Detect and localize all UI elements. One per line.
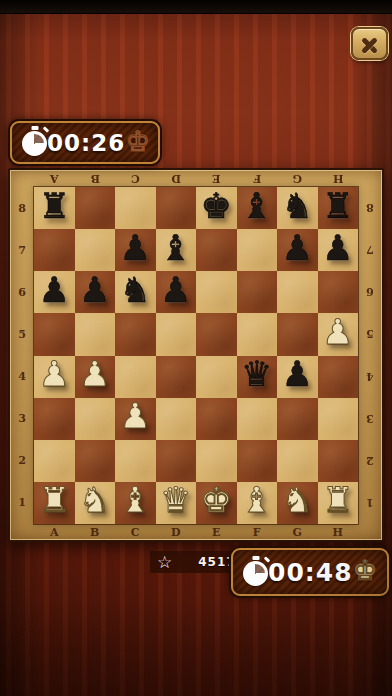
coordinate-label-c: C: [115, 171, 156, 186]
square-b7[interactable]: [75, 229, 116, 271]
coordinate-label-e: E: [196, 525, 237, 539]
piece-white-knight[interactable]: ♞: [79, 483, 110, 518]
white-player-clock: 00:48 ♚: [231, 548, 389, 596]
piece-black-bishop[interactable]: ♝: [241, 189, 272, 224]
square-f1[interactable]: ♝: [237, 482, 278, 524]
square-c4[interactable]: [115, 356, 156, 398]
piece-black-rook[interactable]: ♜: [322, 189, 353, 224]
square-d2[interactable]: [156, 440, 197, 482]
coordinate-label-g: G: [277, 525, 318, 539]
square-c8[interactable]: [115, 187, 156, 229]
square-h8[interactable]: ♜: [318, 187, 359, 229]
square-h3[interactable]: [318, 398, 359, 440]
square-c5[interactable]: [115, 313, 156, 355]
black-king-icon: ♚: [125, 128, 150, 156]
coordinate-label-c: C: [115, 525, 156, 539]
square-f5[interactable]: [237, 313, 278, 355]
square-g4[interactable]: ♟: [277, 356, 318, 398]
square-c7[interactable]: ♟: [115, 229, 156, 271]
file-labels-bottom: ABCDEFGH: [34, 525, 358, 539]
piece-white-king[interactable]: ♚: [201, 483, 232, 518]
coordinate-label-a: A: [34, 525, 75, 539]
coordinate-label-3: 3: [358, 398, 382, 440]
stopwatch-icon: [22, 131, 47, 156]
square-a8[interactable]: ♜: [34, 187, 75, 229]
white-king-icon: ♚: [353, 557, 378, 585]
coordinate-label-2: 2: [358, 440, 382, 482]
coordinate-label-a: A: [34, 171, 75, 186]
coordinate-label-8: 8: [358, 187, 382, 229]
square-e7[interactable]: [196, 229, 237, 271]
coordinate-label-d: D: [156, 171, 197, 186]
coordinate-label-6: 6: [358, 271, 382, 313]
square-g5[interactable]: [277, 313, 318, 355]
square-f4[interactable]: ♛: [237, 356, 278, 398]
white-clock-time: 00:48: [268, 558, 353, 587]
coordinate-label-b: B: [75, 525, 116, 539]
square-f8[interactable]: ♝: [237, 187, 278, 229]
square-g1[interactable]: ♞: [277, 482, 318, 524]
square-a3[interactable]: [34, 398, 75, 440]
square-e2[interactable]: [196, 440, 237, 482]
square-b4[interactable]: ♟: [75, 356, 116, 398]
piece-black-knight[interactable]: ♞: [120, 273, 151, 308]
piece-white-pawn[interactable]: ♟: [79, 357, 110, 392]
rank-labels-right: 87654321: [358, 187, 382, 524]
coordinate-label-h: H: [318, 525, 359, 539]
square-a6[interactable]: ♟: [34, 271, 75, 313]
coordinate-label-f: F: [237, 171, 278, 186]
piece-black-pawn[interactable]: ♟: [120, 231, 151, 266]
square-c3[interactable]: ♟: [115, 398, 156, 440]
square-f6[interactable]: [237, 271, 278, 313]
square-d6[interactable]: ♟: [156, 271, 197, 313]
coordinate-label-e: E: [196, 171, 237, 186]
coordinate-label-d: D: [156, 525, 197, 539]
coordinate-label-f: F: [237, 525, 278, 539]
piece-black-king[interactable]: ♚: [201, 189, 232, 224]
square-c2[interactable]: [115, 440, 156, 482]
piece-black-queen[interactable]: ♛: [241, 357, 272, 392]
coordinate-label-7: 7: [10, 229, 34, 271]
square-h5[interactable]: ♟: [318, 313, 359, 355]
square-h1[interactable]: ♜: [318, 482, 359, 524]
coordinate-label-4: 4: [358, 356, 382, 398]
piece-white-bishop[interactable]: ♝: [120, 483, 151, 518]
square-f7[interactable]: [237, 229, 278, 271]
square-b2[interactable]: [75, 440, 116, 482]
square-f3[interactable]: [237, 398, 278, 440]
file-labels-top: ABCDEFGH: [34, 171, 358, 186]
piece-black-pawn[interactable]: ♟: [160, 273, 191, 308]
square-b1[interactable]: ♞: [75, 482, 116, 524]
piece-black-rook[interactable]: ♜: [39, 189, 70, 224]
piece-black-knight[interactable]: ♞: [282, 189, 313, 224]
board-grid: ♜♚♝♞♜♟♝♟♟♟♟♞♟♟♟♟♛♟♟♜♞♝♛♚♝♞♜: [34, 187, 358, 524]
piece-black-bishop[interactable]: ♝: [160, 231, 191, 266]
square-d4[interactable]: [156, 356, 197, 398]
square-a1[interactable]: ♜: [34, 482, 75, 524]
piece-white-bishop[interactable]: ♝: [241, 483, 272, 518]
square-e8[interactable]: ♚: [196, 187, 237, 229]
black-clock-time: 00:26: [47, 130, 125, 156]
coordinate-label-5: 5: [358, 313, 382, 355]
square-b8[interactable]: [75, 187, 116, 229]
piece-black-pawn[interactable]: ♟: [282, 231, 313, 266]
piece-black-pawn[interactable]: ♟: [322, 231, 353, 266]
coordinate-label-4: 4: [10, 356, 34, 398]
coordinate-label-3: 3: [10, 398, 34, 440]
piece-white-pawn[interactable]: ♟: [322, 315, 353, 350]
square-g7[interactable]: ♟: [277, 229, 318, 271]
piece-white-queen[interactable]: ♛: [160, 483, 191, 518]
piece-white-rook[interactable]: ♜: [39, 483, 70, 518]
coordinate-label-b: B: [75, 171, 116, 186]
top-black-bar: [0, 0, 392, 14]
square-g3[interactable]: [277, 398, 318, 440]
piece-white-knight[interactable]: ♞: [282, 483, 313, 518]
coordinate-label-7: 7: [358, 229, 382, 271]
square-a5[interactable]: [34, 313, 75, 355]
rank-labels-left: 87654321: [10, 187, 34, 524]
coordinate-label-1: 1: [10, 482, 34, 524]
chess-app-screen: 00:26 ♚ ABCDEFGH ABCDEFGH 87654321 87654…: [0, 0, 392, 696]
coordinate-label-6: 6: [10, 271, 34, 313]
square-e6[interactable]: [196, 271, 237, 313]
square-e1[interactable]: ♚: [196, 482, 237, 524]
square-e4[interactable]: [196, 356, 237, 398]
piece-white-pawn[interactable]: ♟: [39, 357, 70, 392]
square-h7[interactable]: ♟: [318, 229, 359, 271]
coordinate-label-g: G: [277, 171, 318, 186]
square-e5[interactable]: [196, 313, 237, 355]
coordinate-label-5: 5: [10, 313, 34, 355]
square-h4[interactable]: [318, 356, 359, 398]
black-player-clock: 00:26 ♚: [10, 121, 160, 164]
coordinate-label-2: 2: [10, 440, 34, 482]
square-d7[interactable]: ♝: [156, 229, 197, 271]
square-g6[interactable]: [277, 271, 318, 313]
piece-black-pawn[interactable]: ♟: [39, 273, 70, 308]
square-a2[interactable]: [34, 440, 75, 482]
coordinate-label-1: 1: [358, 482, 382, 524]
square-e3[interactable]: [196, 398, 237, 440]
square-g8[interactable]: ♞: [277, 187, 318, 229]
square-d3[interactable]: [156, 398, 197, 440]
square-d1[interactable]: ♛: [156, 482, 197, 524]
square-c1[interactable]: ♝: [115, 482, 156, 524]
star-icon: ☆: [157, 554, 172, 571]
piece-black-pawn[interactable]: ♟: [282, 357, 313, 392]
piece-white-pawn[interactable]: ♟: [120, 399, 151, 434]
square-a7[interactable]: [34, 229, 75, 271]
coordinate-label-8: 8: [10, 187, 34, 229]
piece-black-pawn[interactable]: ♟: [79, 273, 110, 308]
chess-board: ABCDEFGH ABCDEFGH 87654321 87654321 ♜♚♝♞…: [8, 168, 384, 542]
square-d5[interactable]: [156, 313, 197, 355]
square-a4[interactable]: ♟: [34, 356, 75, 398]
square-g2[interactable]: [277, 440, 318, 482]
square-b3[interactable]: [75, 398, 116, 440]
square-b6[interactable]: ♟: [75, 271, 116, 313]
square-f2[interactable]: [237, 440, 278, 482]
square-b5[interactable]: [75, 313, 116, 355]
square-h6[interactable]: [318, 271, 359, 313]
coordinate-label-h: H: [318, 171, 359, 186]
stopwatch-icon: [243, 561, 268, 586]
square-c6[interactable]: ♞: [115, 271, 156, 313]
square-h2[interactable]: [318, 440, 359, 482]
square-d8[interactable]: [156, 187, 197, 229]
piece-white-rook[interactable]: ♜: [322, 483, 353, 518]
close-button[interactable]: [351, 27, 388, 60]
